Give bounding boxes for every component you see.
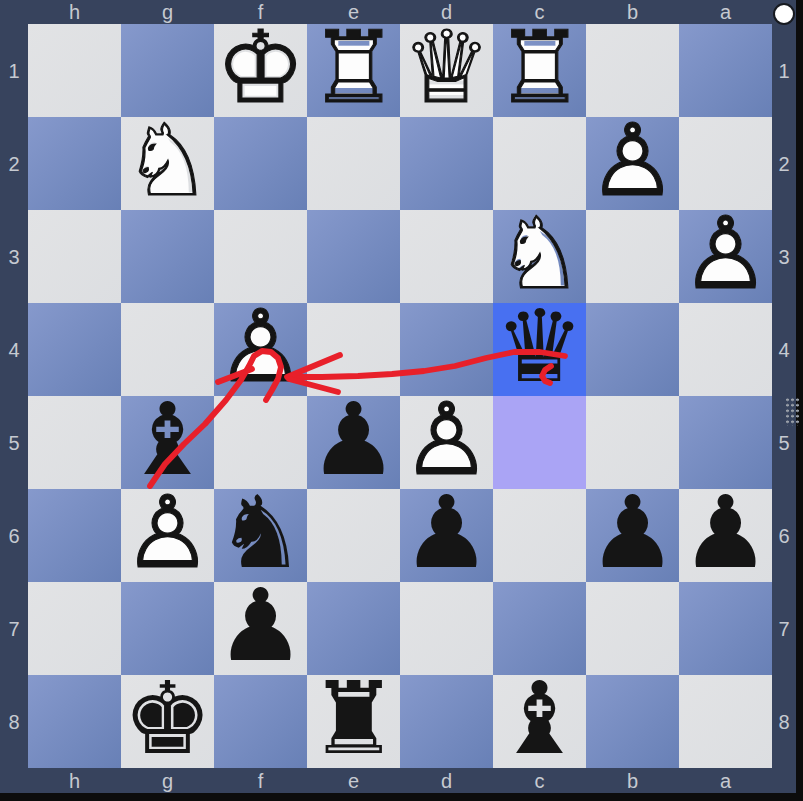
square-d8[interactable] [400, 675, 493, 768]
rank-label-1: 1 [0, 24, 28, 117]
square-g8[interactable]: ♚ [121, 675, 214, 768]
white-rook-outline: ♖ [493, 21, 586, 114]
square-g2[interactable]: ♞♘ [121, 117, 214, 210]
square-c7[interactable] [493, 582, 586, 675]
square-e5[interactable]: ♟ [307, 396, 400, 489]
white-pawn[interactable]: ♟ [121, 486, 214, 579]
black-pawn[interactable]: ♟ [307, 393, 400, 486]
chess-app-screenshot: hgfedcba 12345678 ♚♔♜♖♛♕♜♖♞♘♟♙♞♘♟♙♟♙♛♝♟♟… [0, 0, 803, 801]
square-c8[interactable]: ♝ [493, 675, 586, 768]
rank-label-4: 4 [0, 303, 28, 396]
rank-label-2: 2 [0, 117, 28, 210]
square-f4[interactable]: ♟♙ [214, 303, 307, 396]
square-b5[interactable] [586, 396, 679, 489]
file-label-f: f [214, 0, 307, 24]
resize-grip[interactable] [785, 397, 799, 426]
square-a6[interactable]: ♟ [679, 489, 772, 582]
square-e6[interactable] [307, 489, 400, 582]
file-label-f: f [214, 768, 307, 793]
rank-label-8: 8 [772, 675, 796, 768]
square-d5[interactable]: ♟♙ [400, 396, 493, 489]
rank-labels-left: 12345678 [0, 24, 28, 768]
square-g7[interactable] [121, 582, 214, 675]
rank-label-3: 3 [772, 210, 796, 303]
rank-label-7: 7 [772, 582, 796, 675]
square-f1[interactable]: ♚♔ [214, 24, 307, 117]
file-label-a: a [679, 0, 772, 24]
rank-label-5: 5 [0, 396, 28, 489]
rank-label-6: 6 [772, 489, 796, 582]
square-h4[interactable] [28, 303, 121, 396]
white-queen-outline: ♕ [400, 21, 493, 114]
rank-label-7: 7 [0, 582, 28, 675]
square-h8[interactable] [28, 675, 121, 768]
white-pawn-outline: ♙ [586, 114, 679, 207]
rank-label-4: 4 [772, 303, 796, 396]
black-queen[interactable]: ♛ [493, 300, 586, 393]
file-label-c: c [493, 0, 586, 24]
square-a4[interactable] [679, 303, 772, 396]
white-queen[interactable]: ♛ [400, 21, 493, 114]
black-rook[interactable]: ♜ [307, 672, 400, 765]
square-e2[interactable] [307, 117, 400, 210]
file-label-g: g [121, 0, 214, 24]
square-h2[interactable] [28, 117, 121, 210]
rank-labels-right: 12345678 [772, 24, 796, 768]
square-b2[interactable]: ♟♙ [586, 117, 679, 210]
file-label-g: g [121, 768, 214, 793]
square-a8[interactable] [679, 675, 772, 768]
square-c6[interactable] [493, 489, 586, 582]
square-e1[interactable]: ♜♖ [307, 24, 400, 117]
rank-label-3: 3 [0, 210, 28, 303]
square-a5[interactable] [679, 396, 772, 489]
square-a3[interactable]: ♟♙ [679, 210, 772, 303]
square-f6[interactable]: ♞ [214, 489, 307, 582]
square-d2[interactable] [400, 117, 493, 210]
white-knight[interactable]: ♞ [493, 207, 586, 300]
white-pawn-outline: ♙ [121, 486, 214, 579]
square-b4[interactable] [586, 303, 679, 396]
square-c3[interactable]: ♞♘ [493, 210, 586, 303]
file-label-c: c [493, 768, 586, 793]
rank-label-1: 1 [772, 24, 796, 117]
file-labels-bottom: hgfedcba [28, 768, 772, 793]
square-g3[interactable] [121, 210, 214, 303]
square-b7[interactable] [586, 582, 679, 675]
square-d6[interactable]: ♟ [400, 489, 493, 582]
white-rook-outline: ♖ [307, 21, 400, 114]
square-e8[interactable]: ♜ [307, 675, 400, 768]
white-rook[interactable]: ♜ [307, 21, 400, 114]
square-e7[interactable] [307, 582, 400, 675]
square-e4[interactable] [307, 303, 400, 396]
square-h3[interactable] [28, 210, 121, 303]
rank-label-8: 8 [0, 675, 28, 768]
white-knight[interactable]: ♞ [121, 114, 214, 207]
file-label-h: h [28, 768, 121, 793]
white-rook[interactable]: ♜ [493, 21, 586, 114]
square-h5[interactable] [28, 396, 121, 489]
file-label-d: d [400, 0, 493, 24]
white-king[interactable]: ♚ [214, 21, 307, 114]
square-f5[interactable] [214, 396, 307, 489]
black-pawn[interactable]: ♟ [586, 486, 679, 579]
square-h7[interactable] [28, 582, 121, 675]
board-grid: ♚♔♜♖♛♕♜♖♞♘♟♙♞♘♟♙♟♙♛♝♟♟♙♟♙♞♟♟♟♟♚♜♝ [28, 24, 772, 768]
black-pawn[interactable]: ♟ [400, 486, 493, 579]
file-labels-top: hgfedcba [28, 0, 772, 24]
white-pawn-outline: ♙ [679, 207, 772, 300]
black-bishop[interactable]: ♝ [121, 393, 214, 486]
square-g6[interactable]: ♟♙ [121, 489, 214, 582]
square-c4[interactable]: ♛ [493, 303, 586, 396]
chess-board-widget: hgfedcba 12345678 ♚♔♜♖♛♕♜♖♞♘♟♙♞♘♟♙♟♙♛♝♟♟… [0, 0, 796, 793]
white-to-move-indicator [773, 3, 795, 25]
square-f2[interactable] [214, 117, 307, 210]
file-label-d: d [400, 768, 493, 793]
file-label-b: b [586, 768, 679, 793]
square-c2[interactable] [493, 117, 586, 210]
white-pawn[interactable]: ♟ [679, 207, 772, 300]
square-d4[interactable] [400, 303, 493, 396]
file-label-b: b [586, 0, 679, 24]
square-g4[interactable] [121, 303, 214, 396]
square-a1[interactable] [679, 24, 772, 117]
white-pawn[interactable]: ♟ [400, 393, 493, 486]
white-pawn-outline: ♙ [400, 393, 493, 486]
square-f7[interactable]: ♟ [214, 582, 307, 675]
square-f8[interactable] [214, 675, 307, 768]
square-h6[interactable] [28, 489, 121, 582]
square-b3[interactable] [586, 210, 679, 303]
white-king-outline: ♔ [214, 21, 307, 114]
white-pawn[interactable]: ♟ [214, 300, 307, 393]
black-pawn[interactable]: ♟ [679, 486, 772, 579]
file-label-h: h [28, 0, 121, 24]
square-d1[interactable]: ♛♕ [400, 24, 493, 117]
square-d7[interactable] [400, 582, 493, 675]
black-bishop[interactable]: ♝ [493, 672, 586, 765]
square-g5[interactable]: ♝ [121, 396, 214, 489]
square-c1[interactable]: ♜♖ [493, 24, 586, 117]
square-g1[interactable] [121, 24, 214, 117]
rank-label-6: 6 [0, 489, 28, 582]
white-pawn-outline: ♙ [214, 300, 307, 393]
square-a7[interactable] [679, 582, 772, 675]
rank-label-2: 2 [772, 117, 796, 210]
square-a2[interactable] [679, 117, 772, 210]
black-knight[interactable]: ♞ [214, 486, 307, 579]
file-label-e: e [307, 0, 400, 24]
white-pawn[interactable]: ♟ [586, 114, 679, 207]
file-label-a: a [679, 768, 772, 793]
black-pawn[interactable]: ♟ [214, 579, 307, 672]
square-d3[interactable] [400, 210, 493, 303]
black-king[interactable]: ♚ [121, 672, 214, 765]
square-c5[interactable] [493, 396, 586, 489]
white-knight-outline: ♘ [121, 114, 214, 207]
square-f3[interactable] [214, 210, 307, 303]
white-knight-outline: ♘ [493, 207, 586, 300]
square-b8[interactable] [586, 675, 679, 768]
square-e3[interactable] [307, 210, 400, 303]
square-b1[interactable] [586, 24, 679, 117]
square-b6[interactable]: ♟ [586, 489, 679, 582]
square-h1[interactable] [28, 24, 121, 117]
file-label-e: e [307, 768, 400, 793]
